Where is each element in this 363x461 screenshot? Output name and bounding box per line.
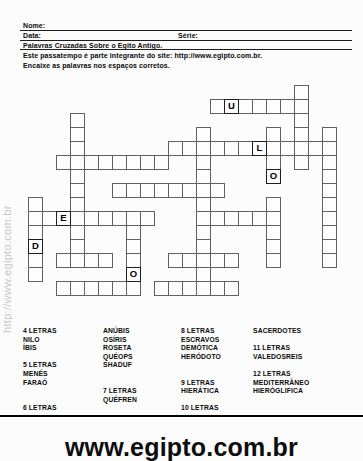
word-length-header: 11 LETRAS [253, 344, 309, 353]
grid-cell[interactable] [322, 197, 337, 212]
grid-cell[interactable] [196, 127, 211, 142]
word-bank-item: HERÓDOTO [181, 353, 221, 362]
word-bank-item: ÍBIS [23, 344, 57, 353]
word-bank-item: SHADUF [103, 361, 137, 370]
word-length-header: 7 LETRAS [103, 387, 137, 396]
grid-cell[interactable] [322, 225, 337, 240]
word-bank-item: MENÉS [23, 370, 57, 379]
grid-cell[interactable] [280, 141, 295, 156]
grid-cell[interactable] [98, 281, 113, 296]
given-letter-cell[interactable]: O [266, 169, 281, 184]
word-bank-item [253, 404, 309, 413]
grid-cell[interactable] [322, 239, 337, 254]
grid-cell[interactable] [112, 155, 127, 170]
word-length-header: 8 LETRAS [181, 327, 221, 336]
word-bank-column: 8 LETRASESCRAVOSDEMÓTICAHERÓDOTO 9 LETRA… [181, 327, 221, 413]
grid-cell[interactable] [322, 183, 337, 198]
grid-cell[interactable] [126, 281, 141, 296]
name-rule-line [20, 30, 352, 31]
word-bank-item [103, 370, 137, 379]
word-bank-item: NILO [23, 336, 57, 345]
grid-cell[interactable] [70, 281, 85, 296]
grid-cell[interactable] [84, 211, 99, 226]
grid-cell[interactable] [126, 211, 141, 226]
grid-cell[interactable] [322, 155, 337, 170]
grid-cell[interactable] [112, 211, 127, 226]
word-bank-item [253, 396, 309, 405]
grid-cell[interactable] [252, 211, 267, 226]
grid-cell[interactable] [308, 141, 323, 156]
word-length-header: 5 LETRAS [23, 361, 57, 370]
grid-cell[interactable] [266, 225, 281, 240]
footer-rule-line [0, 415, 363, 417]
grid-cell[interactable] [98, 155, 113, 170]
grid-cell[interactable] [196, 183, 211, 198]
grid-cell[interactable] [196, 169, 211, 184]
grid-cell[interactable] [56, 281, 71, 296]
grid-cell[interactable] [56, 253, 71, 268]
word-bank-item: MEDITERRÂNEO [253, 379, 309, 388]
word-bank-item: ANÚBIS [103, 327, 137, 336]
grid-cell[interactable] [196, 197, 211, 212]
grid-cell[interactable] [196, 239, 211, 254]
word-bank-item: OSÍRIS [103, 336, 137, 345]
word-length-header: 10 LETRAS [181, 404, 221, 413]
grid-cell[interactable] [322, 127, 337, 142]
site-credit-text: Este passatempo é parte integrante do si… [23, 52, 262, 60]
grid-cell[interactable] [168, 141, 183, 156]
word-bank-column: ANÚBISOSÍRISROSETAQUÉOPSSHADUF 7 LETRASQ… [103, 327, 137, 413]
name-field-label: Nome: [23, 22, 45, 30]
grid-cell[interactable] [266, 141, 281, 156]
grid-cell[interactable] [140, 155, 155, 170]
word-bank-item [23, 353, 57, 362]
grid-cell[interactable] [70, 225, 85, 240]
grid-cell[interactable] [126, 253, 141, 268]
grid-cell[interactable] [196, 211, 211, 226]
grid-cell[interactable] [266, 211, 281, 226]
grid-cell[interactable] [224, 211, 239, 226]
grid-cell[interactable] [28, 197, 43, 212]
word-bank-item [23, 396, 57, 405]
grid-cell[interactable] [70, 127, 85, 142]
grid-cell[interactable] [238, 99, 253, 114]
grid-cell[interactable] [266, 127, 281, 142]
grid-cell[interactable] [224, 253, 239, 268]
word-bank-item [253, 361, 309, 370]
grid-cell[interactable] [126, 225, 141, 240]
word-length-header: 9 LETRAS [181, 379, 221, 388]
grid-cell[interactable] [168, 253, 183, 268]
grid-cell[interactable] [210, 183, 225, 198]
grid-cell[interactable] [154, 155, 169, 170]
word-bank-item: QUÉFREN [103, 396, 137, 405]
given-letter-cell[interactable]: O [126, 267, 141, 282]
grid-cell[interactable] [140, 183, 155, 198]
title-rule-line [20, 49, 352, 50]
word-bank-item: HIERÓGLIFICA [253, 387, 309, 396]
grid-cell[interactable] [210, 281, 225, 296]
grid-cell[interactable] [84, 155, 99, 170]
grid-cell[interactable] [294, 155, 309, 170]
grid-cell[interactable] [70, 155, 85, 170]
grid-cell[interactable] [196, 267, 211, 282]
grid-cell[interactable] [266, 155, 281, 170]
grid-cell[interactable] [196, 155, 211, 170]
grid-cell[interactable] [168, 183, 183, 198]
grid-cell[interactable] [84, 281, 99, 296]
given-letter-cell[interactable]: D [28, 239, 43, 254]
grid-cell[interactable] [280, 99, 295, 114]
grid-cell[interactable] [182, 141, 197, 156]
grid-cell[interactable] [322, 211, 337, 226]
grid-cell[interactable] [154, 281, 169, 296]
grid-cell[interactable] [210, 141, 225, 156]
word-bank-item: QUÉOPS [103, 353, 137, 362]
grid-cell[interactable] [266, 99, 281, 114]
grid-cell[interactable] [84, 253, 99, 268]
grid-cell[interactable] [70, 169, 85, 184]
grid-cell[interactable] [266, 239, 281, 254]
grid-cell[interactable] [56, 155, 71, 170]
word-bank-item [103, 379, 137, 388]
grid-cell[interactable] [28, 267, 43, 282]
word-bank-item [181, 370, 221, 379]
grid-cell[interactable] [294, 127, 309, 142]
grid-cell[interactable] [112, 183, 127, 198]
grid-cell[interactable] [322, 253, 337, 268]
grid-cell[interactable] [196, 225, 211, 240]
grid-cell[interactable] [294, 99, 309, 114]
word-bank-column: SACERDOTES 11 LETRASVALEDOSREIS 12 LETRA… [253, 327, 309, 413]
grid-cell[interactable] [28, 253, 43, 268]
grid-cell[interactable] [70, 197, 85, 212]
grid-cell[interactable] [322, 169, 337, 184]
grid-cell[interactable] [70, 183, 85, 198]
word-bank-item: FARAÓ [23, 379, 57, 388]
grid-cell[interactable] [294, 141, 309, 156]
grid-cell[interactable] [154, 183, 169, 198]
given-letter-cell[interactable]: E [56, 211, 71, 226]
word-bank-item: VALEDOSREIS [253, 353, 309, 362]
word-bank-item: ROSETA [103, 344, 137, 353]
grid-cell[interactable] [70, 211, 85, 226]
grid-cell[interactable] [182, 253, 197, 268]
grid-cell[interactable] [210, 211, 225, 226]
word-length-header: 4 LETRAS [23, 327, 57, 336]
word-bank-item: SACERDOTES [253, 327, 309, 336]
grid-cell[interactable] [294, 85, 309, 100]
grid-cell[interactable] [112, 281, 127, 296]
word-bank-item [103, 404, 137, 413]
date-rule-line [20, 40, 352, 41]
word-bank-item [253, 336, 309, 345]
grid-cell[interactable] [98, 253, 113, 268]
instruction-text: Encaixe as palavras nos espaços corretos… [23, 62, 170, 70]
grid-cell[interactable] [210, 99, 225, 114]
word-bank-item [23, 387, 57, 396]
grid-cell[interactable] [28, 225, 43, 240]
grid-cell[interactable] [168, 281, 183, 296]
grid-cell[interactable] [98, 211, 113, 226]
word-bank-column: 4 LETRASNILOÍBIS 5 LETRASMENÉSFARAÓ 6 LE… [23, 327, 57, 413]
word-bank-item: DEMÓTICA [181, 344, 221, 353]
grid-cell[interactable] [238, 141, 253, 156]
grid-cell[interactable] [266, 197, 281, 212]
grid-cell[interactable] [70, 113, 85, 128]
word-bank-item: ESCRAVOS [181, 336, 221, 345]
given-letter-cell[interactable]: U [224, 99, 239, 114]
given-letter-cell[interactable]: L [252, 141, 267, 156]
grid-cell[interactable] [252, 99, 267, 114]
grid-cell[interactable] [182, 183, 197, 198]
grid-cell[interactable] [196, 253, 211, 268]
grid-cell[interactable] [196, 141, 211, 156]
grid-cell[interactable] [70, 253, 85, 268]
grid-cell[interactable] [196, 281, 211, 296]
vertical-watermark-text: http://www.egipto.com.br [1, 167, 13, 333]
word-length-header: 12 LETRAS [253, 370, 309, 379]
grid-cell[interactable] [224, 281, 239, 296]
grid-cell[interactable] [126, 155, 141, 170]
word-bank-item [181, 396, 221, 405]
grid-cell[interactable] [126, 239, 141, 254]
grid-cell[interactable] [70, 239, 85, 254]
grid-cell[interactable] [238, 211, 253, 226]
grid-cell[interactable] [224, 141, 239, 156]
word-bank-item [181, 361, 221, 370]
grid-cell[interactable] [294, 113, 309, 128]
grid-cell[interactable] [182, 281, 197, 296]
grid-cell[interactable] [266, 253, 281, 268]
crossword-worksheet-page: Nome: Data: Série: Palavras Cruzadas Sob… [0, 0, 363, 461]
word-length-header: 6 LETRAS [23, 404, 57, 413]
grid-cell[interactable] [28, 211, 43, 226]
grid-cell[interactable] [322, 141, 337, 156]
grid-cell[interactable] [126, 183, 141, 198]
grid-cell[interactable] [70, 141, 85, 156]
footer-site-url: www.egipto.com.br [0, 433, 363, 461]
grid-cell[interactable] [140, 211, 155, 226]
word-bank-item: HIERÁTICA [181, 387, 221, 396]
grid-cell[interactable] [42, 211, 57, 226]
grid-cell[interactable] [210, 253, 225, 268]
